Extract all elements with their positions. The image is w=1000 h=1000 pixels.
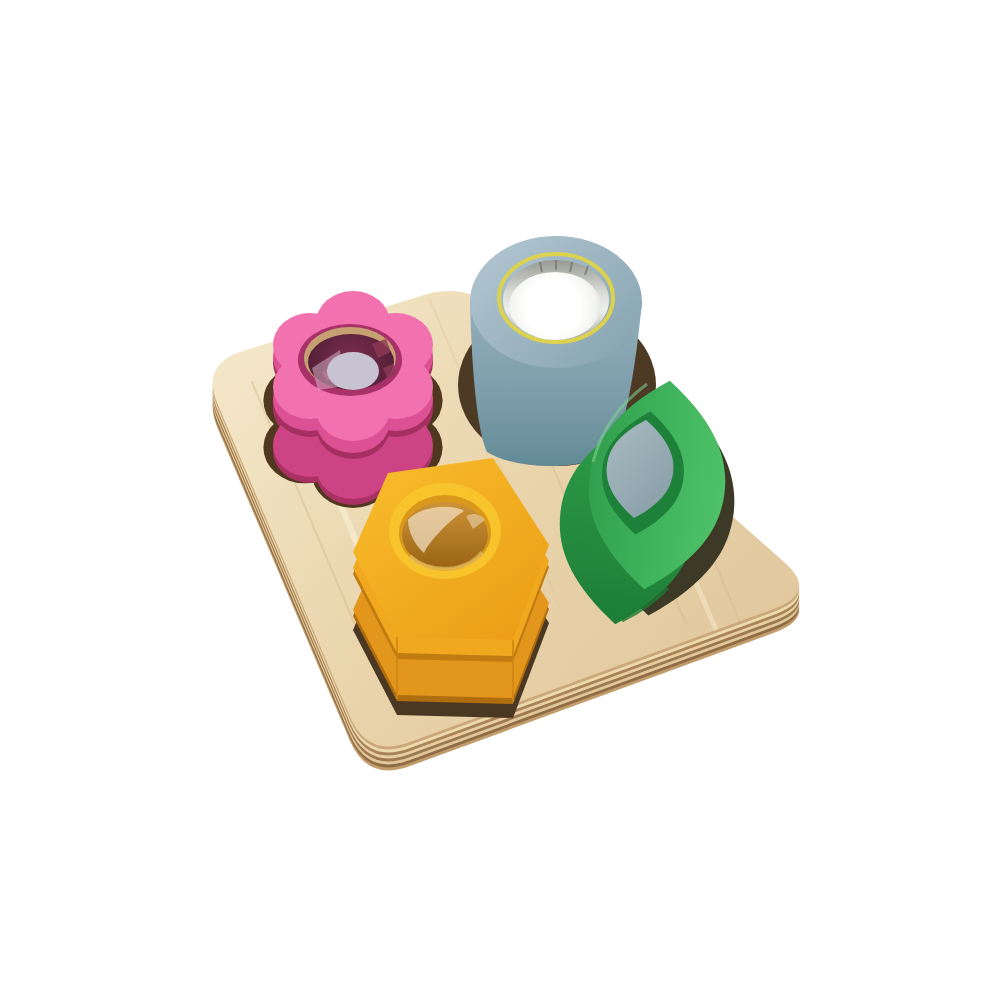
- flower-kaleidoscope: [298, 324, 402, 396]
- product-photo: Wooden visual sensory tray toy with four…: [0, 0, 1000, 1000]
- hexagon-lens-assembly: [389, 483, 501, 579]
- sensory-tray-illustration: [0, 0, 1000, 1000]
- circle-mirror: [509, 272, 601, 340]
- flower-lens-center: [327, 352, 379, 390]
